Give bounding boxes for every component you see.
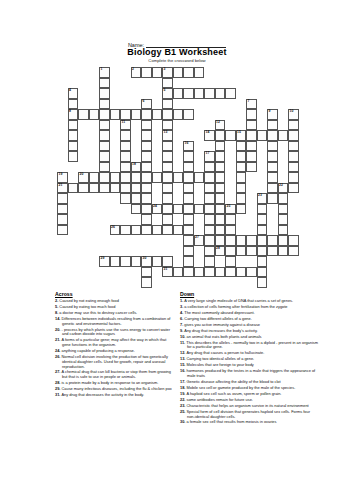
crossword-cell[interactable] — [215, 214, 226, 225]
crossword-cell[interactable] — [183, 88, 194, 99]
worksheet-page: Name: Biology B1 Worksheet Complete the … — [0, 0, 354, 500]
crossword-cell[interactable] — [225, 235, 236, 246]
crossword-cell[interactable]: 27 — [194, 235, 205, 246]
clue-number: 25 — [227, 205, 231, 209]
crossword-cell[interactable] — [141, 162, 152, 173]
crossword-cell[interactable] — [236, 162, 247, 173]
crossword-cell[interactable] — [141, 172, 152, 183]
crossword-cell[interactable] — [204, 246, 215, 257]
clue-item: 22. some antibodies remain for future us… — [180, 398, 318, 403]
crossword-cell[interactable] — [89, 172, 100, 183]
crossword-cell[interactable] — [68, 120, 79, 131]
crossword-cell[interactable]: 6 — [141, 99, 152, 110]
crossword-cell[interactable] — [215, 204, 226, 215]
crossword-cell[interactable] — [141, 267, 152, 278]
crossword-cell[interactable] — [173, 67, 184, 78]
clue-number: 19 — [59, 173, 63, 177]
crossword-cell[interactable] — [99, 172, 110, 183]
crossword-cell[interactable] — [110, 183, 121, 194]
clue-number: 3 — [164, 68, 166, 72]
crossword-cell[interactable] — [215, 141, 226, 152]
crossword-cell[interactable] — [131, 172, 142, 183]
crossword-cell[interactable] — [183, 225, 194, 236]
crossword-cell[interactable] — [89, 109, 100, 120]
crossword-cell[interactable] — [57, 204, 68, 215]
crossword-cell[interactable] — [68, 183, 79, 194]
clue-number: 2 — [132, 68, 134, 72]
clue-item: 19. A haploid sex cell such as ovum, spe… — [180, 392, 318, 397]
crossword-cell[interactable] — [257, 235, 268, 246]
crossword-cell[interactable] — [288, 246, 299, 257]
crossword-cell[interactable] — [141, 130, 152, 141]
crossword-cell[interactable] — [246, 162, 257, 173]
crossword-cell[interactable] — [183, 235, 194, 246]
crossword-cell[interactable]: 31 — [162, 267, 173, 278]
crossword-cell[interactable] — [162, 162, 173, 173]
crossword-cell[interactable]: 23 — [257, 193, 268, 204]
clue-item: 9. Any drug that increases the body's ac… — [180, 329, 318, 334]
clue-item: 30. a female sex cell that results from … — [180, 420, 318, 425]
crossword-cell[interactable] — [120, 183, 131, 194]
clue-number: 10 — [290, 110, 294, 114]
clue-item: 26. Normal cell division involving the p… — [55, 355, 175, 369]
crossword-cell[interactable] — [215, 88, 226, 99]
crossword-cell[interactable] — [278, 204, 289, 215]
clue-item: 20. - process by which plants use the su… — [55, 328, 175, 338]
crossword-cell[interactable] — [99, 130, 110, 141]
clue-item: 11. This describes the alleles - normall… — [180, 341, 318, 351]
crossword-cell[interactable] — [173, 204, 184, 215]
crossword-cell[interactable]: 17 — [204, 151, 215, 162]
clue-item: 4. The most commonly abused depressant. — [180, 311, 318, 316]
crossword-cell[interactable] — [236, 235, 247, 246]
crossword-cell[interactable] — [68, 130, 79, 141]
page-title: Biology B1 Worksheet — [0, 47, 354, 57]
crossword-cell[interactable] — [257, 214, 268, 225]
clue-number: 27 — [195, 236, 199, 240]
crossword-cell[interactable] — [267, 120, 278, 131]
crossword-cell[interactable] — [57, 193, 68, 204]
crossword-cell[interactable] — [225, 267, 236, 278]
crossword-cell[interactable] — [99, 151, 110, 162]
clue-number: 8 — [69, 110, 71, 114]
crossword-cell[interactable] — [120, 172, 131, 183]
crossword-cell[interactable] — [141, 151, 152, 162]
crossword-cell[interactable] — [99, 120, 110, 131]
crossword-cell[interactable] — [267, 246, 278, 257]
clue-item: 8. a doctor may use this to destroy canc… — [55, 311, 175, 316]
crossword-cell[interactable] — [131, 256, 142, 267]
crossword-cell[interactable]: 11 — [120, 120, 131, 131]
crossword-cell[interactable] — [141, 225, 152, 236]
clue-number: 14 — [206, 131, 210, 135]
crossword-cell[interactable] — [288, 235, 299, 246]
crossword-cell[interactable]: 19 — [57, 172, 68, 183]
crossword-cell[interactable] — [278, 235, 289, 246]
crossword-cell[interactable]: 28 — [215, 246, 226, 257]
crossword-cell[interactable] — [246, 130, 257, 141]
crossword-cell[interactable] — [288, 130, 299, 141]
crossword-cell[interactable] — [257, 225, 268, 236]
crossword-cell[interactable] — [246, 267, 257, 278]
crossword-cell[interactable] — [236, 141, 247, 152]
clue-number: 9 — [269, 110, 271, 114]
crossword-cell[interactable] — [215, 162, 226, 173]
crossword-cell[interactable] — [194, 267, 205, 278]
crossword-cell[interactable] — [267, 141, 278, 152]
crossword-cell[interactable] — [99, 162, 110, 173]
crossword-cell[interactable] — [236, 193, 247, 204]
crossword-cell[interactable] — [131, 193, 142, 204]
clue-item: 23. Characteristic that helps an organis… — [180, 404, 318, 409]
crossword-cell[interactable] — [183, 246, 194, 257]
clue-number: 18 — [132, 163, 136, 167]
crossword-cell[interactable]: 7 — [246, 99, 257, 110]
crossword-cell[interactable] — [225, 214, 236, 225]
crossword-cell[interactable] — [278, 214, 289, 225]
crossword-cell[interactable] — [120, 193, 131, 204]
crossword-cell[interactable] — [173, 225, 184, 236]
crossword-cell[interactable] — [246, 120, 257, 131]
crossword-cell[interactable] — [257, 267, 268, 278]
crossword-cell[interactable]: 16 — [183, 141, 194, 152]
crossword-cell[interactable] — [204, 204, 215, 215]
across-clue-list: 2. Caused by not eating enough food5. Ca… — [55, 299, 175, 398]
crossword-cell[interactable] — [204, 235, 215, 246]
crossword-cell[interactable]: 1 — [99, 67, 110, 78]
crossword-cell[interactable] — [99, 183, 110, 194]
crossword-cell[interactable]: 2 — [131, 67, 142, 78]
crossword-cell[interactable] — [131, 204, 142, 215]
crossword-cell[interactable]: 25 — [225, 204, 236, 215]
crossword-cell[interactable] — [120, 225, 131, 236]
clue-item: 21. A forms of a particular gene; may af… — [55, 338, 175, 348]
crossword-cell[interactable] — [183, 172, 194, 183]
crossword-cell[interactable] — [162, 256, 173, 267]
crossword-cell[interactable] — [183, 214, 194, 225]
crossword-cell[interactable] — [236, 183, 247, 194]
clue-number: 1 — [101, 68, 103, 72]
clue-number: 4 — [69, 89, 71, 93]
crossword-cell[interactable] — [120, 151, 131, 162]
crossword-cell[interactable] — [141, 183, 152, 194]
crossword-cell[interactable] — [236, 204, 247, 215]
crossword-cell[interactable] — [288, 141, 299, 152]
crossword-cell[interactable] — [225, 225, 236, 236]
crossword-cell[interactable] — [204, 225, 215, 236]
crossword-cell[interactable] — [183, 162, 194, 173]
crossword-cell[interactable] — [257, 130, 268, 141]
crossword-cell[interactable] — [278, 193, 289, 204]
crossword-cell[interactable] — [267, 193, 278, 204]
clue-number: 30 — [143, 257, 147, 261]
crossword-cell[interactable] — [183, 183, 194, 194]
crossword-cell[interactable] — [162, 151, 173, 162]
clue-number: 24 — [153, 205, 157, 209]
clue-item: 31. Any drug that decreases the activity… — [55, 393, 175, 398]
crossword-cell[interactable] — [152, 256, 163, 267]
crossword-cell[interactable] — [162, 204, 173, 215]
crossword-cell[interactable] — [110, 172, 121, 183]
crossword-cell[interactable] — [162, 99, 173, 110]
page-subtitle: Complete the crossword below — [0, 58, 354, 63]
crossword-cell[interactable] — [204, 88, 215, 99]
crossword-cell[interactable] — [173, 109, 184, 120]
crossword-cell[interactable] — [225, 88, 236, 99]
crossword-cell[interactable] — [162, 193, 173, 204]
crossword-cell[interactable] — [257, 246, 268, 257]
crossword-cell[interactable] — [204, 193, 215, 204]
crossword-cell[interactable] — [183, 267, 194, 278]
crossword-cell[interactable] — [204, 214, 215, 225]
crossword-cell[interactable]: 20 — [78, 172, 89, 183]
clue-item: 6. Carrying two different alleles of a g… — [180, 317, 318, 322]
crossword-cell[interactable] — [141, 214, 152, 225]
across-clues-column: Across 2. Caused by not eating enough fo… — [55, 291, 175, 399]
crossword-cell[interactable] — [257, 204, 268, 215]
crossword-cell[interactable] — [215, 267, 226, 278]
crossword-cell[interactable] — [173, 88, 184, 99]
crossword-cell[interactable] — [131, 109, 142, 120]
clue-number: 28 — [216, 247, 220, 251]
clue-number: 22 — [279, 184, 283, 188]
crossword-cell[interactable] — [110, 256, 121, 267]
clue-item: 10. an animal that eats both plants and … — [180, 335, 318, 340]
crossword-cell[interactable] — [141, 67, 152, 78]
crossword-cell[interactable]: 13 — [162, 130, 173, 141]
clue-item: 16. hormones produced by the testes in a… — [180, 369, 318, 379]
crossword-cell[interactable] — [278, 225, 289, 236]
crossword-cell[interactable] — [194, 88, 205, 99]
crossword-cell[interactable] — [78, 183, 89, 194]
crossword-cell[interactable] — [288, 162, 299, 173]
crossword-cell[interactable] — [246, 235, 257, 246]
crossword-cell[interactable] — [267, 151, 278, 162]
crossword-cell[interactable] — [120, 162, 131, 173]
down-clues-column: Down 1. A very large single molecule of … — [180, 291, 318, 426]
crossword-cell[interactable] — [162, 120, 173, 131]
crossword-cell[interactable]: 24 — [152, 204, 163, 215]
crossword-cell[interactable] — [278, 246, 289, 257]
crossword-cell[interactable] — [141, 204, 152, 215]
crossword-cell[interactable] — [162, 109, 173, 120]
crossword-cell[interactable] — [152, 109, 163, 120]
crossword-cell[interactable] — [141, 109, 152, 120]
crossword-cell[interactable] — [120, 141, 131, 152]
crossword-cell[interactable] — [278, 130, 289, 141]
clue-number: 6 — [143, 100, 145, 104]
crossword-cell[interactable] — [267, 130, 278, 141]
clue-number: 29 — [101, 257, 105, 261]
across-heading: Across — [55, 291, 175, 297]
crossword-cell[interactable]: 4 — [68, 88, 79, 99]
crossword-cell[interactable] — [141, 120, 152, 131]
crossword-cell[interactable] — [152, 225, 163, 236]
crossword-cell[interactable] — [215, 151, 226, 162]
clue-number: 23 — [258, 194, 262, 198]
crossword-cell[interactable] — [236, 151, 247, 162]
crossword-cell[interactable]: 14 — [204, 130, 215, 141]
crossword-cell[interactable] — [257, 256, 268, 267]
crossword-cell[interactable] — [141, 141, 152, 152]
crossword-cell[interactable] — [173, 267, 184, 278]
crossword-cell[interactable] — [162, 172, 173, 183]
crossword-cell[interactable] — [215, 183, 226, 194]
crossword-cell[interactable] — [267, 235, 278, 246]
crossword-cell[interactable] — [204, 267, 215, 278]
crossword-cell[interactable]: 26 — [110, 225, 121, 236]
crossword-cell[interactable] — [225, 130, 236, 141]
crossword-cell[interactable]: 9 — [267, 109, 278, 120]
crossword-cell[interactable] — [99, 88, 110, 99]
crossword-cell[interactable] — [246, 151, 257, 162]
crossword-cell[interactable] — [288, 120, 299, 131]
crossword-cell[interactable] — [183, 109, 194, 120]
crossword-cell[interactable] — [57, 225, 68, 236]
crossword-cell[interactable] — [183, 256, 194, 267]
crossword-cell[interactable]: 10 — [288, 109, 299, 120]
crossword-cell[interactable] — [225, 246, 236, 257]
crossword-cell[interactable]: 29 — [99, 256, 110, 267]
clue-item: 7. gives you active immunity against a d… — [180, 323, 318, 328]
crossword-cell[interactable] — [120, 130, 131, 141]
clue-number: 31 — [164, 268, 168, 272]
crossword-cell[interactable]: 21 — [57, 183, 68, 194]
crossword-cell[interactable] — [68, 151, 79, 162]
clue-item: 14. Differences between individuals resu… — [55, 317, 175, 327]
crossword-cell[interactable] — [99, 141, 110, 152]
crossword-cell[interactable] — [267, 162, 278, 173]
clue-number: 5 — [164, 89, 166, 93]
crossword-cell[interactable] — [68, 99, 79, 110]
crossword-cell[interactable] — [215, 235, 226, 246]
clue-number: 21 — [59, 184, 63, 188]
crossword-cell[interactable] — [257, 277, 268, 288]
crossword-cell[interactable] — [152, 67, 163, 78]
clue-number: 7 — [248, 100, 250, 104]
crossword-cell[interactable] — [183, 204, 194, 215]
crossword-cell[interactable] — [162, 225, 173, 236]
crossword-cell[interactable] — [162, 183, 173, 194]
crossword-cell[interactable] — [225, 256, 236, 267]
crossword-cell[interactable] — [204, 183, 215, 194]
crossword-cell[interactable] — [152, 172, 163, 183]
crossword-cell[interactable]: 3 — [162, 67, 173, 78]
crossword-cell[interactable] — [183, 151, 194, 162]
crossword-cell[interactable] — [162, 78, 173, 89]
crossword-cell[interactable] — [120, 256, 131, 267]
crossword-cell[interactable] — [246, 246, 257, 257]
crossword-cell[interactable]: 5 — [162, 88, 173, 99]
crossword-cell[interactable] — [215, 172, 226, 183]
crossword-cell[interactable] — [288, 151, 299, 162]
crossword-cell[interactable] — [110, 109, 121, 120]
crossword-cell[interactable]: 8 — [68, 109, 79, 120]
clue-item: 25. Special form of cell division that g… — [180, 410, 318, 420]
crossword-cell[interactable] — [57, 214, 68, 225]
crossword-cell[interactable] — [236, 246, 247, 257]
crossword-cell[interactable]: 15 — [236, 130, 247, 141]
crossword-cell[interactable] — [288, 183, 299, 194]
crossword-cell[interactable] — [141, 277, 152, 288]
crossword-cell[interactable] — [120, 109, 131, 120]
down-heading: Down — [180, 291, 318, 297]
crossword-cell[interactable] — [131, 225, 142, 236]
clue-number: 15 — [237, 131, 241, 135]
crossword-cell[interactable] — [183, 67, 194, 78]
crossword-cell[interactable] — [204, 162, 215, 173]
clue-item: 27. A chemical drug that can kill bacter… — [55, 370, 175, 380]
crossword-cell[interactable] — [162, 214, 173, 225]
crossword-cell[interactable] — [99, 109, 110, 120]
clue-number: 11 — [122, 121, 126, 125]
crossword-cell[interactable] — [236, 267, 247, 278]
crossword-cell[interactable] — [89, 183, 100, 194]
crossword-grid: 1234567891011121314151617181920212223242… — [57, 67, 299, 288]
crossword-cell[interactable]: 18 — [131, 162, 142, 173]
clue-number: 16 — [185, 142, 189, 146]
crossword-cell[interactable] — [78, 109, 89, 120]
crossword-cell[interactable]: 30 — [141, 256, 152, 267]
clue-number: 20 — [80, 173, 84, 177]
crossword-cell[interactable] — [183, 193, 194, 204]
crossword-cell[interactable] — [267, 183, 278, 194]
crossword-cell[interactable] — [173, 172, 184, 183]
crossword-cell[interactable]: 12 — [215, 120, 226, 131]
clue-number: 17 — [206, 152, 210, 156]
crossword-cell[interactable] — [141, 193, 152, 204]
crossword-cell[interactable] — [194, 204, 205, 215]
clue-number: 12 — [216, 121, 220, 125]
crossword-cell[interactable] — [99, 99, 110, 110]
crossword-cell[interactable] — [246, 141, 257, 152]
crossword-cell[interactable] — [215, 225, 226, 236]
crossword-cell[interactable] — [131, 183, 142, 194]
crossword-cell[interactable] — [267, 172, 278, 183]
crossword-cell[interactable] — [99, 78, 110, 89]
down-clue-list: 1. A very large single molecule of DNA t… — [180, 299, 318, 425]
crossword-cell[interactable] — [204, 172, 215, 183]
crossword-cell[interactable]: 22 — [278, 183, 289, 194]
clue-item: 5. Caused by eating too much food — [55, 305, 175, 310]
crossword-cell[interactable] — [68, 141, 79, 152]
crossword-cell[interactable] — [215, 193, 226, 204]
clue-number: 13 — [164, 131, 168, 135]
clue-item: 3. a collection of cells forming after f… — [180, 305, 318, 310]
crossword-cell[interactable] — [204, 256, 215, 267]
crossword-cell[interactable] — [236, 172, 247, 183]
crossword-cell[interactable] — [162, 141, 173, 152]
clue-number: 26 — [111, 226, 115, 230]
clue-item: 18. Mobile sex cell or gamete produced b… — [180, 386, 318, 391]
crossword-cell[interactable] — [194, 67, 205, 78]
crossword-cell[interactable] — [288, 172, 299, 183]
crossword-cell[interactable] — [194, 172, 205, 183]
crossword-cell[interactable] — [215, 130, 226, 141]
crossword-cell[interactable] — [246, 109, 257, 120]
